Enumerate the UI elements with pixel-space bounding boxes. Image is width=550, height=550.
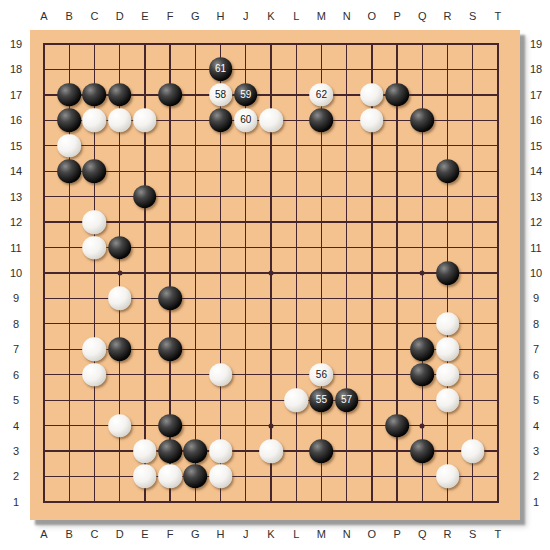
row-label-right-3: 3 (533, 445, 539, 457)
stone-white-K3 (259, 439, 283, 463)
row-label-left-5: 5 (13, 394, 19, 406)
stone-black-Q7 (411, 337, 435, 361)
col-label-bottom-M: M (317, 528, 326, 540)
go-board: 6159555758626056 (30, 30, 520, 520)
stone-white-B15 (57, 134, 81, 158)
col-label-top-L: L (293, 10, 299, 22)
col-label-top-G: G (191, 10, 200, 22)
stone-white-R6 (436, 363, 460, 387)
col-label-top-P: P (393, 10, 400, 22)
stone-black-H16 (209, 109, 233, 133)
stone-black-F4 (158, 414, 182, 438)
row-label-left-12: 12 (10, 216, 22, 228)
stone-white-O16 (360, 109, 384, 133)
stone-black-Q6 (411, 363, 435, 387)
move-number-56: 56 (316, 370, 327, 380)
col-label-bottom-Q: Q (418, 528, 427, 540)
stone-black-D7 (108, 337, 132, 361)
stone-black-G3 (184, 439, 208, 463)
row-label-left-13: 13 (10, 191, 22, 203)
stone-black-M3 (310, 439, 334, 463)
stone-black-Q16 (411, 109, 435, 133)
row-label-left-17: 17 (10, 89, 22, 101)
row-label-left-7: 7 (13, 343, 19, 355)
col-label-bottom-O: O (368, 528, 377, 540)
col-label-bottom-D: D (116, 528, 124, 540)
row-label-right-9: 9 (533, 292, 539, 304)
stone-white-K16 (259, 109, 283, 133)
stone-black-B16 (57, 109, 81, 133)
stone-black-M16 (310, 109, 334, 133)
row-label-left-16: 16 (10, 114, 22, 126)
stone-black-J17: 59 (234, 83, 258, 107)
row-label-left-4: 4 (13, 420, 19, 432)
stone-white-L5 (284, 388, 308, 412)
row-label-right-2: 2 (533, 470, 539, 482)
stone-white-E16 (133, 109, 157, 133)
stone-black-B14 (57, 159, 81, 183)
stone-white-J16: 60 (234, 109, 258, 133)
col-label-top-T: T (495, 10, 502, 22)
col-label-bottom-H: H (217, 528, 225, 540)
stone-black-F17 (158, 83, 182, 107)
col-label-bottom-L: L (293, 528, 299, 540)
stone-white-M6: 56 (310, 363, 334, 387)
row-label-left-6: 6 (13, 369, 19, 381)
col-label-top-H: H (217, 10, 225, 22)
col-label-bottom-P: P (393, 528, 400, 540)
stone-white-H17: 58 (209, 83, 233, 107)
stone-black-D11 (108, 236, 132, 260)
col-label-bottom-E: E (141, 528, 148, 540)
col-label-top-B: B (66, 10, 73, 22)
row-label-left-9: 9 (13, 292, 19, 304)
col-label-top-O: O (368, 10, 377, 22)
stone-black-F7 (158, 337, 182, 361)
col-label-bottom-R: R (444, 528, 452, 540)
row-label-left-11: 11 (10, 242, 21, 254)
stone-white-C16 (83, 109, 107, 133)
row-label-right-17: 17 (530, 89, 542, 101)
row-label-right-16: 16 (530, 114, 542, 126)
col-label-top-D: D (116, 10, 124, 22)
row-label-left-19: 19 (10, 38, 22, 50)
col-label-top-R: R (444, 10, 452, 22)
stone-white-C7 (83, 337, 107, 361)
stone-white-R8 (436, 312, 460, 336)
row-label-right-14: 14 (530, 165, 542, 177)
stone-white-D4 (108, 414, 132, 438)
col-label-bottom-G: G (191, 528, 200, 540)
row-label-right-13: 13 (530, 191, 542, 203)
stone-white-H2 (209, 465, 233, 489)
col-label-top-N: N (343, 10, 351, 22)
col-label-top-F: F (167, 10, 174, 22)
col-label-bottom-C: C (90, 528, 98, 540)
row-label-right-15: 15 (530, 140, 542, 152)
stone-black-Q3 (411, 439, 435, 463)
move-number-58: 58 (215, 90, 226, 100)
stone-black-R14 (436, 159, 460, 183)
move-number-61: 61 (215, 64, 226, 74)
stone-white-S3 (461, 439, 485, 463)
col-label-top-K: K (267, 10, 274, 22)
row-label-right-12: 12 (530, 216, 542, 228)
row-label-right-18: 18 (530, 63, 542, 75)
stone-white-H6 (209, 363, 233, 387)
col-label-bottom-B: B (66, 528, 73, 540)
row-label-right-8: 8 (533, 318, 539, 330)
stone-white-C6 (83, 363, 107, 387)
row-label-left-8: 8 (13, 318, 19, 330)
stone-white-H3 (209, 439, 233, 463)
stone-black-E13 (133, 185, 157, 209)
row-label-right-10: 10 (530, 267, 542, 279)
stone-black-N5: 57 (335, 388, 359, 412)
stone-black-R10 (436, 261, 460, 285)
stone-black-F3 (158, 439, 182, 463)
col-label-bottom-K: K (267, 528, 274, 540)
stone-black-C14 (83, 159, 107, 183)
stone-white-M17: 62 (310, 83, 334, 107)
col-label-bottom-F: F (167, 528, 174, 540)
col-label-top-Q: Q (418, 10, 427, 22)
row-label-right-11: 11 (530, 242, 541, 254)
col-label-bottom-S: S (469, 528, 476, 540)
col-label-top-S: S (469, 10, 476, 22)
stone-white-F2 (158, 465, 182, 489)
stone-black-P17 (385, 83, 409, 107)
stone-white-R2 (436, 465, 460, 489)
stone-black-P4 (385, 414, 409, 438)
stone-white-O17 (360, 83, 384, 107)
stones: 6159555758626056 (30, 30, 520, 520)
go-diagram: ABCDEFGHJKLMNOPQRST ABCDEFGHJKLMNOPQRST … (0, 0, 550, 550)
stone-black-G2 (184, 465, 208, 489)
move-number-57: 57 (341, 395, 352, 405)
row-label-right-6: 6 (533, 369, 539, 381)
row-label-right-1: 1 (533, 496, 539, 508)
row-label-right-4: 4 (533, 420, 539, 432)
row-label-right-7: 7 (533, 343, 539, 355)
col-label-top-C: C (90, 10, 98, 22)
row-label-right-19: 19 (530, 38, 542, 50)
stone-black-B17 (57, 83, 81, 107)
col-label-top-M: M (317, 10, 326, 22)
stone-black-M5: 55 (310, 388, 334, 412)
stone-white-D16 (108, 109, 132, 133)
move-number-62: 62 (316, 90, 327, 100)
stone-black-D17 (108, 83, 132, 107)
move-number-59: 59 (240, 90, 251, 100)
row-label-left-15: 15 (10, 140, 22, 152)
col-label-top-J: J (243, 10, 249, 22)
row-label-left-18: 18 (10, 63, 22, 75)
stone-white-R7 (436, 337, 460, 361)
col-label-bottom-T: T (495, 528, 502, 540)
stone-black-F9 (158, 287, 182, 311)
stone-black-H18: 61 (209, 58, 233, 82)
col-label-top-A: A (40, 10, 47, 22)
stone-black-C17 (83, 83, 107, 107)
stone-white-C12 (83, 210, 107, 234)
stone-white-E3 (133, 439, 157, 463)
row-label-left-10: 10 (10, 267, 22, 279)
col-label-bottom-J: J (243, 528, 249, 540)
stone-white-R5 (436, 388, 460, 412)
col-label-bottom-A: A (40, 528, 47, 540)
col-label-bottom-N: N (343, 528, 351, 540)
row-label-left-3: 3 (13, 445, 19, 457)
move-number-55: 55 (316, 395, 327, 405)
stone-white-D9 (108, 287, 132, 311)
row-label-left-14: 14 (10, 165, 22, 177)
row-label-right-5: 5 (533, 394, 539, 406)
stone-white-C11 (83, 236, 107, 260)
stone-white-E2 (133, 465, 157, 489)
row-label-left-2: 2 (13, 470, 19, 482)
row-label-left-1: 1 (13, 496, 19, 508)
col-label-top-E: E (141, 10, 148, 22)
move-number-60: 60 (240, 115, 251, 125)
